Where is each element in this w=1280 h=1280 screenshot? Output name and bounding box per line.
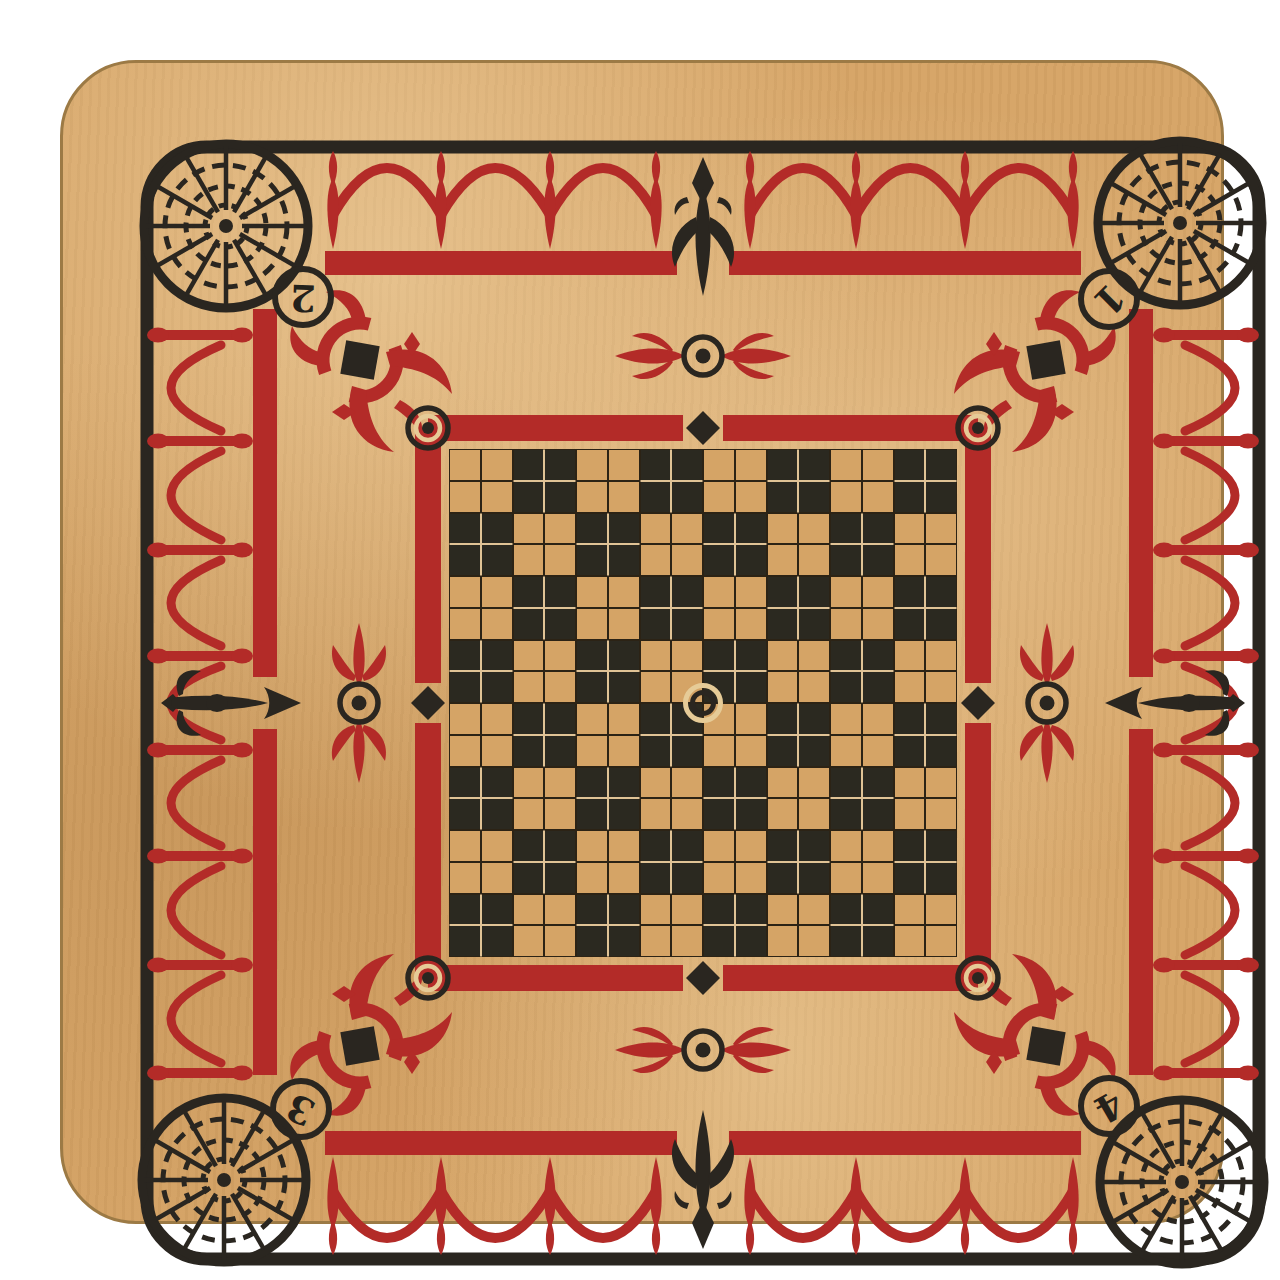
checker-cell <box>894 481 926 513</box>
checker-cell <box>798 640 830 672</box>
checker-cell <box>830 449 862 481</box>
checker-cell <box>576 481 608 513</box>
checker-cell <box>925 703 957 735</box>
checker-cell <box>576 862 608 894</box>
checker-cell <box>513 894 545 926</box>
carrom-board: 2 1 3 4 <box>60 60 1224 1224</box>
checker-cell <box>513 449 545 481</box>
corner-number-label: 3 <box>282 1087 321 1131</box>
checker-cell <box>798 798 830 830</box>
checker-cell <box>735 735 767 767</box>
checker-cell <box>576 735 608 767</box>
checker-cell <box>703 608 735 640</box>
checker-cell <box>513 576 545 608</box>
checker-cell <box>481 481 513 513</box>
checker-cell <box>608 640 640 672</box>
checker-cell <box>481 798 513 830</box>
checker-cell <box>481 830 513 862</box>
checker-cell <box>576 925 608 957</box>
checker-cell <box>925 767 957 799</box>
checker-cell <box>767 608 799 640</box>
checker-cell <box>640 767 672 799</box>
checker-cell <box>640 576 672 608</box>
checker-cell <box>703 798 735 830</box>
checker-cell <box>608 544 640 576</box>
checker-cell <box>830 576 862 608</box>
checker-cell <box>735 449 767 481</box>
checker-cell <box>862 544 894 576</box>
checker-cell <box>481 862 513 894</box>
checker-cell <box>544 576 576 608</box>
checker-cell <box>544 449 576 481</box>
checker-cell <box>894 640 926 672</box>
checker-cell <box>894 513 926 545</box>
checker-cell <box>640 513 672 545</box>
checker-cell <box>735 671 767 703</box>
checker-cell <box>671 576 703 608</box>
checker-cell <box>894 830 926 862</box>
checker-cell <box>894 862 926 894</box>
checker-cell <box>513 735 545 767</box>
checker-cell <box>798 862 830 894</box>
checker-cell <box>513 671 545 703</box>
checker-cell <box>894 894 926 926</box>
checker-cell <box>640 735 672 767</box>
checker-cell <box>862 862 894 894</box>
checker-cell <box>767 671 799 703</box>
checker-cell <box>703 513 735 545</box>
checker-cell <box>608 925 640 957</box>
checker-cell <box>513 862 545 894</box>
checker-cell <box>830 735 862 767</box>
checker-cell <box>576 608 608 640</box>
checker-cell <box>449 830 481 862</box>
checker-cell <box>767 862 799 894</box>
checker-cell <box>449 894 481 926</box>
checker-cell <box>544 703 576 735</box>
checker-cell <box>830 767 862 799</box>
center-circle-marker <box>683 683 723 723</box>
checker-cell <box>767 767 799 799</box>
checker-cell <box>767 640 799 672</box>
checker-cell <box>830 862 862 894</box>
checker-cell <box>671 735 703 767</box>
checker-cell <box>449 449 481 481</box>
checker-cell <box>925 894 957 926</box>
checker-cell <box>862 576 894 608</box>
checker-cell <box>894 671 926 703</box>
checker-cell <box>544 830 576 862</box>
checker-cell <box>925 544 957 576</box>
checker-cell <box>544 894 576 926</box>
checker-cell <box>925 608 957 640</box>
checker-cell <box>703 767 735 799</box>
checker-cell <box>703 894 735 926</box>
corner-number-label: 1 <box>1087 277 1131 321</box>
checker-cell <box>703 862 735 894</box>
checker-cell <box>703 640 735 672</box>
checker-cell <box>767 735 799 767</box>
checker-cell <box>671 449 703 481</box>
checker-cell <box>576 513 608 545</box>
checker-cell <box>925 671 957 703</box>
checker-cell <box>767 544 799 576</box>
checker-cell <box>608 703 640 735</box>
checker-cell <box>449 608 481 640</box>
checker-cell <box>608 894 640 926</box>
checker-cell <box>735 576 767 608</box>
checker-cell <box>925 735 957 767</box>
checker-cell <box>862 925 894 957</box>
checker-cell <box>798 925 830 957</box>
checker-cell <box>481 544 513 576</box>
checker-cell <box>513 640 545 672</box>
checker-cell <box>735 767 767 799</box>
checker-cell <box>671 513 703 545</box>
corner-number-label: 4 <box>1089 1084 1130 1129</box>
checker-cell <box>640 894 672 926</box>
checker-cell <box>862 640 894 672</box>
checker-cell <box>544 862 576 894</box>
corner-number-bottom-right: 4 <box>1078 1075 1140 1137</box>
checker-cell <box>862 703 894 735</box>
checker-cell <box>481 513 513 545</box>
checker-cell <box>544 640 576 672</box>
checker-cell <box>894 798 926 830</box>
checker-cell <box>894 735 926 767</box>
checker-cell <box>703 830 735 862</box>
checker-cell <box>640 798 672 830</box>
checker-cell <box>449 767 481 799</box>
checker-cell <box>894 767 926 799</box>
checker-cell <box>862 671 894 703</box>
checker-cell <box>862 608 894 640</box>
checker-cell <box>608 513 640 545</box>
checker-cell <box>449 925 481 957</box>
checker-cell <box>576 703 608 735</box>
checker-cell <box>767 925 799 957</box>
checker-cell <box>767 449 799 481</box>
checker-cell <box>925 576 957 608</box>
checker-cell <box>481 671 513 703</box>
checker-cell <box>544 925 576 957</box>
checker-cell <box>449 544 481 576</box>
checker-cell <box>544 671 576 703</box>
checker-cell <box>481 925 513 957</box>
checker-cell <box>735 544 767 576</box>
checker-cell <box>513 703 545 735</box>
checker-cell <box>735 608 767 640</box>
checker-cell <box>798 544 830 576</box>
checker-cell <box>576 894 608 926</box>
checker-cell <box>735 513 767 545</box>
checker-cell <box>671 608 703 640</box>
checker-cell <box>671 925 703 957</box>
checker-cell <box>735 640 767 672</box>
checker-cell <box>449 481 481 513</box>
center-circle-inner-ring <box>690 690 716 716</box>
checker-cell <box>894 925 926 957</box>
checker-cell <box>576 576 608 608</box>
checker-cell <box>671 798 703 830</box>
checker-cell <box>862 830 894 862</box>
checker-cell <box>894 544 926 576</box>
checker-cell <box>671 767 703 799</box>
checker-cell <box>640 830 672 862</box>
checker-cell <box>544 735 576 767</box>
checker-cell <box>862 798 894 830</box>
checker-cell <box>640 925 672 957</box>
checker-cell <box>735 925 767 957</box>
checker-cell <box>608 608 640 640</box>
checker-cell <box>608 798 640 830</box>
checker-cell <box>798 703 830 735</box>
corner-number-top-right: 1 <box>1078 268 1140 330</box>
checker-cell <box>608 481 640 513</box>
checker-cell <box>449 862 481 894</box>
checker-cell <box>830 608 862 640</box>
checker-cell <box>894 703 926 735</box>
checker-cell <box>576 449 608 481</box>
checker-cell <box>481 576 513 608</box>
checker-cell <box>767 703 799 735</box>
checker-cell <box>481 640 513 672</box>
checker-cell <box>640 671 672 703</box>
corner-number-label: 2 <box>289 278 316 316</box>
checker-cell <box>640 608 672 640</box>
checker-cell <box>513 798 545 830</box>
checker-cell <box>925 640 957 672</box>
checker-cell <box>671 862 703 894</box>
checker-cell <box>481 894 513 926</box>
checker-cell <box>735 830 767 862</box>
checker-cell <box>925 513 957 545</box>
checker-cell <box>481 608 513 640</box>
checker-cell <box>862 767 894 799</box>
checker-cell <box>798 608 830 640</box>
checker-cell <box>608 449 640 481</box>
checker-cell <box>544 481 576 513</box>
checker-cell <box>449 671 481 703</box>
checker-cell <box>830 925 862 957</box>
checker-cell <box>798 481 830 513</box>
checker-cell <box>703 481 735 513</box>
checker-cell <box>798 767 830 799</box>
checker-cell <box>703 576 735 608</box>
checker-cell <box>640 544 672 576</box>
checker-cell <box>576 830 608 862</box>
checker-cell <box>481 449 513 481</box>
checker-cell <box>513 544 545 576</box>
checker-cell <box>576 798 608 830</box>
checker-cell <box>798 894 830 926</box>
checker-cell <box>608 830 640 862</box>
checker-cell <box>862 894 894 926</box>
board-photo: 2 1 3 4 <box>0 0 1280 1280</box>
checker-cell <box>640 703 672 735</box>
checker-cell <box>449 513 481 545</box>
checker-cell <box>894 449 926 481</box>
checker-cell <box>830 544 862 576</box>
checker-cell <box>703 449 735 481</box>
checker-cell <box>640 640 672 672</box>
checker-cell <box>671 481 703 513</box>
checker-cell <box>830 703 862 735</box>
checker-cell <box>798 735 830 767</box>
checker-cell <box>767 894 799 926</box>
checker-cell <box>513 925 545 957</box>
checker-cell <box>735 894 767 926</box>
checker-cell <box>544 798 576 830</box>
checker-cell <box>608 767 640 799</box>
checker-cell <box>798 449 830 481</box>
checker-cell <box>767 513 799 545</box>
checker-cell <box>703 735 735 767</box>
checker-cell <box>513 481 545 513</box>
checker-cell <box>576 640 608 672</box>
checker-cell <box>830 830 862 862</box>
checker-cell <box>798 830 830 862</box>
checker-cell <box>449 640 481 672</box>
checker-cell <box>608 735 640 767</box>
checker-cell <box>513 513 545 545</box>
checker-cell <box>862 513 894 545</box>
checker-cell <box>544 767 576 799</box>
corner-number-top-left: 2 <box>272 266 334 328</box>
checker-cell <box>925 481 957 513</box>
checker-cell <box>925 449 957 481</box>
checker-cell <box>671 640 703 672</box>
checker-cell <box>862 481 894 513</box>
checker-cell <box>449 798 481 830</box>
checker-cell <box>576 671 608 703</box>
checker-cell <box>798 671 830 703</box>
checker-cell <box>925 925 957 957</box>
checker-cell <box>513 608 545 640</box>
checker-cell <box>830 894 862 926</box>
checker-cell <box>862 449 894 481</box>
checker-cell <box>513 830 545 862</box>
checker-cell <box>481 703 513 735</box>
checker-cell <box>449 735 481 767</box>
checker-cell <box>767 830 799 862</box>
checker-cell <box>925 798 957 830</box>
checker-cell <box>767 798 799 830</box>
checker-cell <box>735 703 767 735</box>
checker-cell <box>544 608 576 640</box>
checker-cell <box>735 862 767 894</box>
checker-cell <box>640 449 672 481</box>
checker-cell <box>671 544 703 576</box>
checker-cell <box>798 576 830 608</box>
checker-cell <box>830 798 862 830</box>
checker-cell <box>925 830 957 862</box>
checker-cell <box>798 513 830 545</box>
checker-cell <box>735 481 767 513</box>
checker-cell <box>767 481 799 513</box>
checker-cell <box>608 671 640 703</box>
checker-cell <box>703 544 735 576</box>
checker-cell <box>894 576 926 608</box>
checker-cell <box>576 767 608 799</box>
checker-cell <box>608 862 640 894</box>
checker-cell <box>830 640 862 672</box>
checker-cell <box>862 735 894 767</box>
checker-cell <box>830 513 862 545</box>
checker-cell <box>830 481 862 513</box>
checker-cell <box>513 767 545 799</box>
checker-cell <box>671 894 703 926</box>
checker-cell <box>703 925 735 957</box>
checker-cell <box>544 544 576 576</box>
checker-cell <box>608 576 640 608</box>
checker-cell <box>735 798 767 830</box>
checker-cell <box>544 513 576 545</box>
checker-cell <box>925 862 957 894</box>
checker-cell <box>767 576 799 608</box>
checker-cell <box>576 544 608 576</box>
checker-cell <box>671 830 703 862</box>
checker-cell <box>894 608 926 640</box>
checker-cell <box>640 862 672 894</box>
corner-number-bottom-left: 3 <box>270 1078 332 1140</box>
checker-cell <box>449 576 481 608</box>
checker-cell <box>830 671 862 703</box>
checker-cell <box>640 481 672 513</box>
checker-cell <box>481 735 513 767</box>
checker-cell <box>481 767 513 799</box>
checker-cell <box>449 703 481 735</box>
